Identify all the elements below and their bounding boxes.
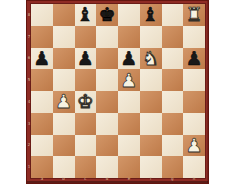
square-e2[interactable] — [118, 135, 140, 157]
square-d5[interactable] — [96, 69, 118, 91]
square-e3[interactable] — [118, 113, 140, 135]
square-c3[interactable] — [75, 113, 97, 135]
file-label-a: a — [31, 176, 53, 181]
square-b2[interactable] — [53, 135, 75, 157]
square-f8[interactable]: ♝ — [140, 4, 162, 26]
white-king-c4: ♚ — [77, 92, 94, 111]
square-d2[interactable] — [96, 135, 118, 157]
square-g8[interactable] — [162, 4, 184, 26]
square-b1[interactable] — [53, 156, 75, 178]
black-pawn-h6: ♟ — [186, 48, 203, 67]
file-label-g: g — [162, 176, 184, 181]
square-e7[interactable] — [118, 26, 140, 48]
file-label-b: b — [53, 176, 75, 181]
square-b8[interactable] — [53, 4, 75, 26]
white-pawn-h2: ♟ — [186, 135, 203, 154]
square-a1[interactable] — [31, 156, 53, 178]
black-pawn-e6: ♟ — [120, 48, 137, 67]
square-b5[interactable] — [53, 69, 75, 91]
white-pawn-e5: ♟ — [120, 70, 137, 89]
square-a5[interactable] — [31, 69, 53, 91]
square-g3[interactable] — [162, 113, 184, 135]
square-f6[interactable]: ♞ — [140, 48, 162, 70]
square-h1[interactable] — [183, 156, 205, 178]
square-e6[interactable]: ♟ — [118, 48, 140, 70]
square-f2[interactable] — [140, 135, 162, 157]
square-d3[interactable] — [96, 113, 118, 135]
chess-board: 87654321 ♝♚♝♜♟♟♟♞♟♟♟♚♟ abcdefgh — [26, 0, 209, 184]
black-pawn-a6: ♟ — [33, 48, 50, 67]
file-labels: abcdefgh — [31, 176, 205, 181]
square-a3[interactable] — [31, 113, 53, 135]
square-a7[interactable] — [31, 26, 53, 48]
square-c5[interactable] — [75, 69, 97, 91]
square-c8[interactable]: ♝ — [75, 4, 97, 26]
square-a6[interactable]: ♟ — [31, 48, 53, 70]
square-c2[interactable] — [75, 135, 97, 157]
square-d1[interactable] — [96, 156, 118, 178]
square-h4[interactable] — [183, 91, 205, 113]
square-c1[interactable] — [75, 156, 97, 178]
board-grid: ♝♚♝♜♟♟♟♞♟♟♟♚♟ — [31, 4, 205, 178]
square-b4[interactable]: ♟ — [53, 91, 75, 113]
square-g6[interactable] — [162, 48, 184, 70]
black-king-d8: ♚ — [99, 5, 116, 24]
file-label-d: d — [96, 176, 118, 181]
file-label-c: c — [75, 176, 97, 181]
square-e5[interactable]: ♟ — [118, 69, 140, 91]
square-e4[interactable] — [118, 91, 140, 113]
square-d6[interactable] — [96, 48, 118, 70]
square-h8[interactable]: ♜ — [183, 4, 205, 26]
square-a8[interactable] — [31, 4, 53, 26]
square-a4[interactable] — [31, 91, 53, 113]
square-e1[interactable] — [118, 156, 140, 178]
square-g4[interactable] — [162, 91, 184, 113]
square-c6[interactable]: ♟ — [75, 48, 97, 70]
white-knight-f6: ♞ — [142, 48, 159, 67]
square-h2[interactable]: ♟ — [183, 135, 205, 157]
white-rook-h8: ♜ — [186, 5, 203, 24]
square-f7[interactable] — [140, 26, 162, 48]
file-label-f: f — [140, 176, 162, 181]
square-g5[interactable] — [162, 69, 184, 91]
square-g2[interactable] — [162, 135, 184, 157]
square-b3[interactable] — [53, 113, 75, 135]
square-b6[interactable] — [53, 48, 75, 70]
square-c4[interactable]: ♚ — [75, 91, 97, 113]
square-a2[interactable] — [31, 135, 53, 157]
square-d4[interactable] — [96, 91, 118, 113]
square-b7[interactable] — [53, 26, 75, 48]
black-bishop-c8: ♝ — [77, 5, 94, 24]
square-f5[interactable] — [140, 69, 162, 91]
square-f3[interactable] — [140, 113, 162, 135]
square-h3[interactable] — [183, 113, 205, 135]
square-f1[interactable] — [140, 156, 162, 178]
square-h7[interactable] — [183, 26, 205, 48]
black-pawn-c6: ♟ — [77, 48, 94, 67]
square-c7[interactable] — [75, 26, 97, 48]
square-g1[interactable] — [162, 156, 184, 178]
square-h5[interactable] — [183, 69, 205, 91]
square-f4[interactable] — [140, 91, 162, 113]
file-label-e: e — [118, 176, 140, 181]
square-d8[interactable]: ♚ — [96, 4, 118, 26]
file-label-h: h — [183, 176, 205, 181]
square-d7[interactable] — [96, 26, 118, 48]
white-pawn-b4: ♟ — [55, 92, 72, 111]
square-e8[interactable] — [118, 4, 140, 26]
square-g7[interactable] — [162, 26, 184, 48]
black-bishop-f8: ♝ — [142, 5, 159, 24]
square-h6[interactable]: ♟ — [183, 48, 205, 70]
